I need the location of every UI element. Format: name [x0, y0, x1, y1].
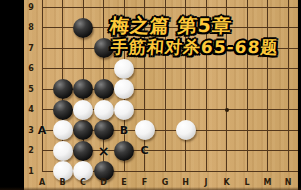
- white-stone-C4: [73, 100, 93, 120]
- black-stone-B5: [53, 79, 73, 99]
- black-stone-E2: [114, 141, 134, 161]
- col-label-N: N: [280, 178, 296, 187]
- white-stone-F3: [135, 120, 155, 140]
- col-label-J: J: [198, 178, 214, 187]
- white-stone-E6: [114, 59, 134, 79]
- white-stone-B3: [53, 120, 73, 140]
- col-label-E: E: [116, 178, 132, 187]
- marker-B-E3: B: [120, 125, 128, 136]
- col-label-G: G: [157, 178, 173, 187]
- row-label-2: 2: [23, 146, 39, 155]
- black-stone-D7: [94, 38, 114, 58]
- black-stone-D3: [94, 120, 114, 140]
- col-label-D: D: [96, 178, 112, 187]
- white-stone-D4: [94, 100, 114, 120]
- col-label-K: K: [219, 178, 235, 187]
- col-label-L: L: [239, 178, 255, 187]
- white-stone-H3: [176, 120, 196, 140]
- row-label-5: 5: [23, 85, 39, 94]
- marker-X-D2: ×: [98, 144, 110, 158]
- row-label-8: 8: [23, 23, 39, 32]
- row-label-6: 6: [23, 64, 39, 73]
- row-label-3: 3: [23, 126, 39, 135]
- white-stone-E5: [114, 79, 134, 99]
- marker-A-A3: A: [38, 125, 47, 136]
- col-label-M: M: [260, 178, 276, 187]
- white-stone-E4: [114, 100, 134, 120]
- marker-C-F2: C: [140, 145, 148, 156]
- col-label-H: H: [178, 178, 194, 187]
- col-label-B: B: [55, 178, 71, 187]
- letterbox-left: [0, 0, 24, 190]
- col-label-C: C: [75, 178, 91, 187]
- row-label-9: 9: [23, 3, 39, 12]
- black-stone-B4: [53, 100, 73, 120]
- col-label-A: A: [34, 178, 50, 187]
- row-label-1: 1: [23, 167, 39, 176]
- black-stone-C2: [73, 141, 93, 161]
- black-stone-C3: [73, 120, 93, 140]
- black-stone-D5: [94, 79, 114, 99]
- black-stone-C8: [73, 18, 93, 38]
- row-label-7: 7: [23, 44, 39, 53]
- go-problem-thumbnail: AB×C 987654321ABCDEFGHJKLMN 梅之篇 第5章 手筋和对…: [0, 0, 301, 190]
- col-label-F: F: [137, 178, 153, 187]
- letterbox-right: [298, 0, 301, 190]
- row-label-4: 4: [23, 105, 39, 114]
- black-stone-C5: [73, 79, 93, 99]
- white-stone-B2: [53, 141, 73, 161]
- go-board: AB×C: [32, 0, 299, 181]
